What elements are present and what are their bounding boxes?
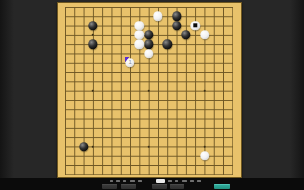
star-point bbox=[92, 145, 95, 148]
white-stone-K14 bbox=[144, 49, 153, 58]
white-stone-J17 bbox=[135, 21, 144, 30]
toolbar-button-1[interactable] bbox=[102, 184, 117, 189]
nav-tick bbox=[138, 180, 142, 182]
nav-tick bbox=[123, 180, 126, 182]
white-stone-J15 bbox=[135, 39, 144, 48]
nav-tick bbox=[110, 180, 113, 182]
star-point bbox=[147, 89, 150, 92]
nav-tick bbox=[168, 180, 172, 182]
toolbar-button-3[interactable] bbox=[152, 184, 167, 189]
white-stone-P17 bbox=[190, 21, 199, 30]
app-window: 1 bbox=[0, 0, 304, 190]
move-slider-handle[interactable] bbox=[156, 179, 165, 183]
black-stone-D15 bbox=[88, 39, 97, 48]
board-grid[interactable]: 1 bbox=[65, 7, 233, 175]
white-stone-Q16 bbox=[200, 30, 209, 39]
black-stone-K15 bbox=[144, 39, 153, 48]
toolbar-button-confirm[interactable] bbox=[214, 184, 230, 189]
nav-tick bbox=[190, 180, 194, 182]
nav-tick bbox=[182, 180, 187, 182]
last-move-marker bbox=[193, 24, 197, 28]
nav-tick bbox=[116, 180, 120, 182]
white-stone-Q3 bbox=[200, 151, 209, 160]
white-stone-J16 bbox=[135, 30, 144, 39]
black-stone-K16 bbox=[144, 30, 153, 39]
star-point bbox=[92, 89, 95, 92]
bottom-toolbar bbox=[0, 178, 304, 190]
toolbar-button-2[interactable] bbox=[121, 184, 136, 189]
nav-tick bbox=[130, 180, 135, 182]
nav-tick bbox=[175, 180, 178, 182]
black-stone-D17 bbox=[88, 21, 97, 30]
star-point bbox=[203, 89, 206, 92]
black-stone-O16 bbox=[181, 30, 190, 39]
star-point bbox=[203, 145, 206, 148]
black-stone-M15 bbox=[163, 39, 172, 48]
toolbar-button-4[interactable] bbox=[170, 184, 184, 189]
black-stone-N18 bbox=[172, 12, 181, 21]
black-stone-C4 bbox=[79, 142, 88, 151]
star-point bbox=[92, 34, 95, 37]
star-point bbox=[147, 145, 150, 148]
white-stone-L18 bbox=[153, 12, 162, 21]
go-board[interactable]: 1 bbox=[57, 2, 242, 178]
move-navigation[interactable] bbox=[110, 179, 202, 183]
pointer-cursor-icon bbox=[125, 57, 129, 62]
black-stone-N17 bbox=[172, 21, 181, 30]
nav-tick bbox=[197, 180, 201, 182]
